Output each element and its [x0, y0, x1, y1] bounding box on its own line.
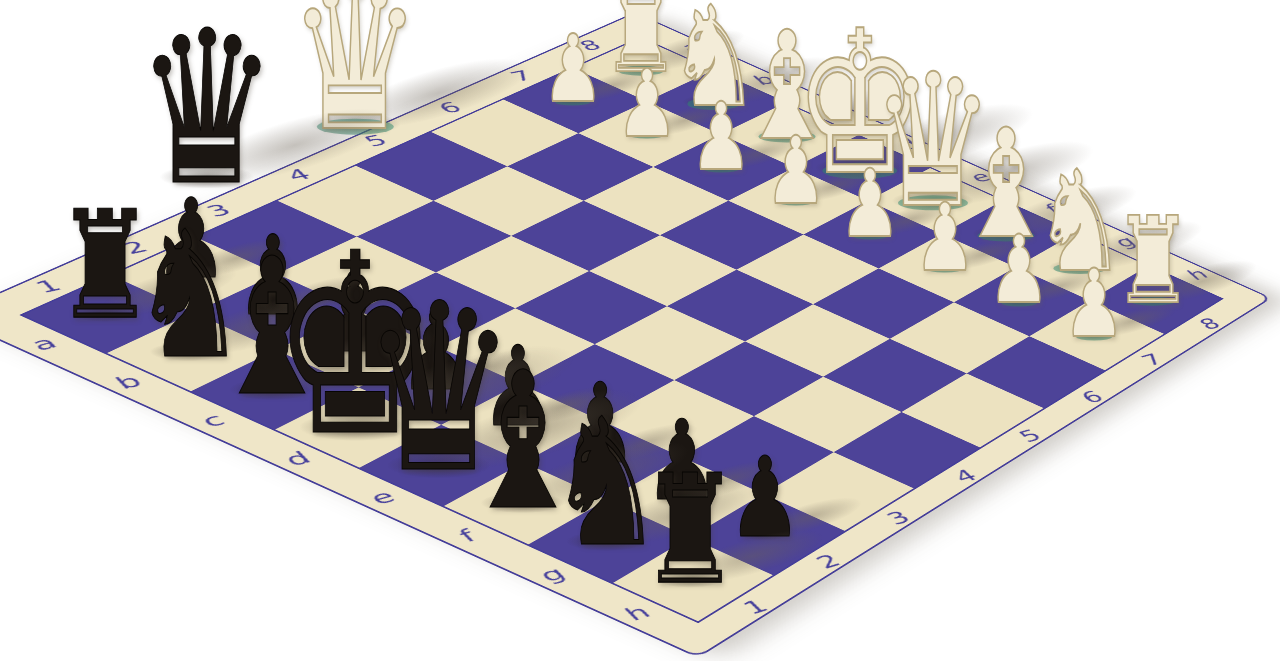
rank-label-7-hfile-edge: 7: [1137, 351, 1166, 368]
chess-mat: 1122334455667788aabbccddeeffgghh: [0, 12, 1272, 658]
file-label-d-rank8-edge: d: [894, 137, 923, 152]
rank-label-4-hfile-edge: 4: [950, 467, 981, 486]
rank-label-2-hfile-edge: 2: [812, 552, 845, 572]
file-label-h-rank1-edge: h: [620, 603, 654, 624]
file-label-g-rank8-edge: g: [1111, 234, 1139, 250]
file-label-e-rank1-edge: e: [365, 487, 399, 507]
rank-label-1-afile-edge: 1: [31, 277, 65, 296]
playing-area: [19, 37, 1224, 624]
rank-label-1-hfile-edge: 1: [739, 597, 773, 618]
product-photo-scene: 1122334455667788aabbccddeeffgghh ♜♞♝♚♛♝♞…: [0, 0, 1280, 661]
file-label-c-rank8-edge: c: [823, 105, 850, 120]
file-label-b-rank1-edge: b: [111, 372, 146, 391]
board-grid: [23, 38, 1221, 621]
rank-label-8-afile-edge: 8: [576, 38, 605, 53]
file-label-a-rank8-edge: a: [678, 40, 706, 55]
file-label-f-rank1-edge: f: [454, 527, 480, 545]
rank-label-4-afile-edge: 4: [283, 166, 315, 183]
file-label-d-rank1-edge: d: [280, 449, 315, 469]
rank-label-3-hfile-edge: 3: [882, 508, 914, 527]
file-label-g-rank1-edge: g: [535, 564, 569, 585]
file-label-b-rank8-edge: b: [749, 72, 778, 87]
file-label-f-rank8-edge: f: [1042, 202, 1064, 216]
rank-label-5-afile-edge: 5: [360, 132, 391, 148]
file-label-e-rank8-edge: e: [966, 169, 994, 184]
file-label-c-rank1-edge: c: [197, 411, 229, 430]
rank-label-6-afile-edge: 6: [435, 100, 466, 116]
file-label-a-rank1-edge: a: [27, 334, 61, 353]
rank-label-8-hfile-edge: 8: [1195, 316, 1224, 332]
rank-label-2-afile-edge: 2: [118, 239, 152, 257]
rank-label-7-afile-edge: 7: [506, 68, 536, 83]
rank-label-5-hfile-edge: 5: [1015, 427, 1046, 445]
rank-label-6-hfile-edge: 6: [1077, 388, 1107, 405]
rank-label-3-afile-edge: 3: [202, 202, 235, 219]
file-label-h-rank8-edge: h: [1183, 266, 1211, 282]
